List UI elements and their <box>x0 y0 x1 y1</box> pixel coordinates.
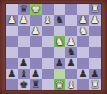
square-h4[interactable] <box>6 36 18 47</box>
square-h2[interactable]: ♟ <box>6 15 18 26</box>
black-pawn-g6[interactable]: ♟ <box>19 58 28 68</box>
square-d3[interactable] <box>54 26 66 37</box>
white-knight-d4[interactable]: ♞ <box>55 36 64 46</box>
black-queen-g1[interactable]: ♛ <box>19 4 28 14</box>
square-a7[interactable]: ♟ <box>89 69 101 80</box>
square-e3[interactable] <box>42 26 54 37</box>
white-pawn-b2[interactable]: ♟ <box>79 15 88 25</box>
chess-board[interactable]: ♛♚♜♟♟♝♞♟♟♟♞♞♟♞♟♟♟♟♝♟♟♟♚♜♛♝♜ <box>6 4 101 90</box>
square-g6[interactable]: ♟ <box>18 58 30 69</box>
square-c7[interactable] <box>65 69 77 80</box>
black-pawn-a7[interactable]: ♟ <box>91 69 100 79</box>
white-pawn-f3[interactable]: ♟ <box>31 26 40 36</box>
square-g5[interactable] <box>18 47 30 58</box>
square-h1[interactable] <box>6 4 18 15</box>
square-c5[interactable]: ♞ <box>65 47 77 58</box>
square-e4[interactable] <box>42 36 54 47</box>
square-h6[interactable] <box>6 58 18 69</box>
square-f1[interactable]: ♚ <box>30 4 42 15</box>
square-g8[interactable]: ♚ <box>18 79 30 90</box>
black-pawn-c6[interactable]: ♟ <box>67 58 76 68</box>
square-h5[interactable] <box>6 47 18 58</box>
square-e5[interactable] <box>42 47 54 58</box>
square-b8[interactable] <box>77 79 89 90</box>
square-a8[interactable]: ♜ <box>89 79 101 90</box>
black-pawn-h7[interactable]: ♟ <box>7 69 16 79</box>
square-c6[interactable]: ♟ <box>65 58 77 69</box>
square-b4[interactable] <box>77 36 89 47</box>
white-pawn-g2[interactable]: ♟ <box>19 15 28 25</box>
white-pawn-a2[interactable]: ♟ <box>91 15 100 25</box>
square-a6[interactable] <box>89 58 101 69</box>
square-f4[interactable] <box>30 36 42 47</box>
square-b6[interactable] <box>77 58 89 69</box>
square-d6[interactable]: ♟ <box>54 58 66 69</box>
white-pawn-c4[interactable]: ♟ <box>67 36 76 46</box>
square-d4[interactable]: ♞ <box>54 36 66 47</box>
black-rook-f8[interactable]: ♜ <box>31 79 40 89</box>
square-b3[interactable]: ♞ <box>77 26 89 37</box>
square-d7[interactable] <box>54 69 66 80</box>
square-d2[interactable]: ♞ <box>54 15 66 26</box>
white-bishop-e2[interactable]: ♝ <box>43 15 52 25</box>
black-pawn-b7[interactable]: ♟ <box>79 69 88 79</box>
square-f3[interactable]: ♟ <box>30 26 42 37</box>
white-pawn-h2[interactable]: ♟ <box>7 15 16 25</box>
white-rook-a8[interactable]: ♜ <box>91 79 100 89</box>
square-c4[interactable]: ♟ <box>65 36 77 47</box>
square-d8[interactable]: ♛ <box>54 79 66 90</box>
square-f2[interactable] <box>30 15 42 26</box>
white-queen-d8[interactable]: ♛ <box>55 79 64 89</box>
square-b2[interactable]: ♟ <box>77 15 89 26</box>
black-pawn-d6[interactable]: ♟ <box>55 58 64 68</box>
white-knight-b3[interactable]: ♞ <box>79 26 88 36</box>
square-g2[interactable]: ♟ <box>18 15 30 26</box>
square-f5[interactable] <box>30 47 42 58</box>
square-b1[interactable] <box>77 4 89 15</box>
square-a1[interactable]: ♜ <box>89 4 101 15</box>
black-pawn-f7[interactable]: ♟ <box>31 69 40 79</box>
black-king-g8[interactable]: ♚ <box>19 79 28 89</box>
white-bishop-c8[interactable]: ♝ <box>67 79 76 89</box>
square-a5[interactable] <box>89 47 101 58</box>
square-b5[interactable] <box>77 47 89 58</box>
square-a3[interactable] <box>89 26 101 37</box>
square-c3[interactable] <box>65 26 77 37</box>
square-e1[interactable] <box>42 4 54 15</box>
square-f6[interactable] <box>30 58 42 69</box>
white-king-f1[interactable]: ♚ <box>31 4 40 14</box>
square-d5[interactable] <box>54 47 66 58</box>
square-h7[interactable]: ♟ <box>6 69 18 80</box>
square-a4[interactable] <box>89 36 101 47</box>
square-a2[interactable]: ♟ <box>89 15 101 26</box>
black-knight-d2[interactable]: ♞ <box>55 15 64 25</box>
square-h8[interactable] <box>6 79 18 90</box>
square-g7[interactable]: ♝ <box>18 69 30 80</box>
square-f8[interactable]: ♜ <box>30 79 42 90</box>
square-e6[interactable] <box>42 58 54 69</box>
square-f7[interactable]: ♟ <box>30 69 42 80</box>
square-b7[interactable]: ♟ <box>77 69 89 80</box>
square-e2[interactable]: ♝ <box>42 15 54 26</box>
highlight-d7 <box>54 69 66 80</box>
square-c2[interactable] <box>65 15 77 26</box>
square-c1[interactable] <box>65 4 77 15</box>
square-h3[interactable] <box>6 26 18 37</box>
square-e8[interactable] <box>42 79 54 90</box>
square-g4[interactable] <box>18 36 30 47</box>
square-d1[interactable] <box>54 4 66 15</box>
square-e7[interactable] <box>42 69 54 80</box>
black-bishop-g7[interactable]: ♝ <box>19 69 28 79</box>
square-c8[interactable]: ♝ <box>65 79 77 90</box>
black-knight-c5[interactable]: ♞ <box>67 47 76 57</box>
board-frame: ♛♚♜♟♟♝♞♟♟♟♞♞♟♞♟♟♟♟♝♟♟♟♚♜♛♝♜ <box>0 0 107 94</box>
white-rook-a1[interactable]: ♜ <box>91 4 100 14</box>
square-g3[interactable] <box>18 26 30 37</box>
square-g1[interactable]: ♛ <box>18 4 30 15</box>
